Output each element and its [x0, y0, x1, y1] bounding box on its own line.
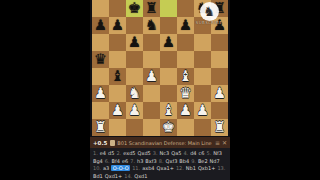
move[interactable]: Qxd5 — [138, 150, 151, 156]
square-a2[interactable] — [92, 102, 109, 119]
close-icon[interactable]: ✕ — [222, 137, 227, 148]
square-h7[interactable]: ♟ — [211, 17, 228, 34]
black-knight-d7[interactable]: ♞ — [143, 17, 160, 34]
white-pawn-g2[interactable]: ♟ — [194, 102, 211, 119]
square-a3[interactable]: ♟ — [92, 85, 109, 102]
square-d5[interactable] — [143, 51, 160, 68]
square-a6[interactable] — [92, 34, 109, 51]
square-g3[interactable] — [194, 85, 211, 102]
square-g4[interactable] — [194, 68, 211, 85]
square-g2[interactable]: ♟ — [194, 102, 211, 119]
move[interactable]: d5 — [108, 150, 114, 156]
square-h6[interactable] — [211, 34, 228, 51]
engine-eval: +0.5 — [93, 140, 107, 146]
move-number: 3. — [153, 150, 158, 156]
opening-name: B01 Scandinavian Defense: Main Line — [117, 140, 213, 146]
square-a5[interactable]: ♛ — [92, 51, 109, 68]
move-number: 10. — [93, 165, 101, 171]
square-b2[interactable]: ♟ — [109, 102, 126, 119]
square-e7[interactable] — [160, 17, 177, 34]
white-bishop-e2[interactable]: ♝ — [160, 102, 177, 119]
square-a8[interactable] — [92, 0, 109, 17]
square-d8[interactable]: ♜ — [143, 0, 160, 17]
move-number: 1. — [93, 150, 98, 156]
square-b1[interactable] — [109, 119, 126, 136]
app-content: ♚♜♞♜♟♟♞♟♟♟♟♛♝♟♝♟♞♛♟♟♟♝♟♟♜♚♜ ♞ SUBSCRIBE … — [90, 0, 230, 180]
square-g5[interactable] — [194, 51, 211, 68]
square-f6[interactable] — [177, 34, 194, 51]
square-b6[interactable] — [109, 34, 126, 51]
move-number: 14. — [124, 173, 132, 179]
square-c4[interactable] — [126, 68, 143, 85]
white-king-e1[interactable]: ♚ — [160, 119, 177, 136]
move[interactable]: Qxf3 — [165, 158, 177, 164]
move[interactable]: Be2 — [198, 158, 208, 164]
square-a1[interactable]: ♜ — [92, 119, 109, 136]
square-f8[interactable] — [177, 0, 194, 17]
black-pawn-c6[interactable]: ♟ — [126, 34, 143, 51]
menu-icon[interactable]: ≡ — [215, 137, 220, 148]
white-pawn-c2[interactable]: ♟ — [126, 102, 143, 119]
move[interactable]: a3 — [103, 165, 109, 171]
square-e6[interactable]: ♟ — [160, 34, 177, 51]
square-e8[interactable] — [160, 0, 177, 17]
square-g6[interactable] — [194, 34, 211, 51]
white-pawn-f2[interactable]: ♟ — [177, 102, 194, 119]
move[interactable]: Qxd1 — [134, 173, 147, 179]
square-d7[interactable]: ♞ — [143, 17, 160, 34]
square-b5[interactable] — [109, 51, 126, 68]
square-d4[interactable]: ♟ — [143, 68, 160, 85]
move-current[interactable]: O-O-O — [111, 165, 130, 171]
move[interactable]: axb4 — [142, 165, 154, 171]
move[interactable]: Nd7 — [210, 158, 220, 164]
square-c6[interactable]: ♟ — [126, 34, 143, 51]
move[interactable]: Bxf3 — [145, 158, 156, 164]
black-queen-a5[interactable]: ♛ — [92, 51, 109, 68]
square-b8[interactable] — [109, 0, 126, 17]
move[interactable]: c6 — [199, 150, 205, 156]
square-c3[interactable]: ♞ — [126, 85, 143, 102]
square-a7[interactable]: ♟ — [92, 17, 109, 34]
chess-board[interactable]: ♚♜♞♜♟♟♞♟♟♟♟♛♝♟♝♟♞♛♟♟♟♝♟♟♜♚♜ — [92, 0, 228, 136]
move[interactable]: Qxa1+ — [157, 165, 174, 171]
square-f2[interactable]: ♟ — [177, 102, 194, 119]
square-b4[interactable]: ♝ — [109, 68, 126, 85]
square-h2[interactable] — [211, 102, 228, 119]
black-king-c8[interactable]: ♚ — [126, 0, 143, 17]
square-d3[interactable] — [143, 85, 160, 102]
square-e2[interactable]: ♝ — [160, 102, 177, 119]
move-number: 11. — [132, 165, 140, 171]
black-pawn-e6[interactable]: ♟ — [160, 34, 177, 51]
white-pawn-h3[interactable]: ♟ — [211, 85, 228, 102]
move-number: 6. — [105, 158, 110, 164]
video-frame: ♚♜♞♜♟♟♞♟♟♟♟♛♝♟♝♟♞♛♟♟♟♝♟♟♜♚♜ ♞ SUBSCRIBE … — [0, 0, 320, 180]
white-pawn-d4[interactable]: ♟ — [143, 68, 160, 85]
move-number: 4. — [183, 150, 188, 156]
white-pawn-b2[interactable]: ♟ — [109, 102, 126, 119]
square-g8[interactable]: ♞ — [194, 0, 211, 17]
square-e5[interactable] — [160, 51, 177, 68]
move[interactable]: Qa5 — [171, 150, 181, 156]
square-f3[interactable]: ♛ — [177, 85, 194, 102]
move[interactable]: Nf3 — [213, 150, 222, 156]
square-d2[interactable] — [143, 102, 160, 119]
square-f1[interactable] — [177, 119, 194, 136]
analysis-info-bar: +0.5 B01 Scandinavian Defense: Main Line… — [90, 137, 230, 148]
square-c8[interactable]: ♚ — [126, 0, 143, 17]
move-number: 7. — [130, 158, 135, 164]
square-f5[interactable] — [177, 51, 194, 68]
white-bishop-f4[interactable]: ♝ — [177, 68, 194, 85]
square-b3[interactable] — [109, 85, 126, 102]
black-pawn-a7[interactable]: ♟ — [92, 17, 109, 34]
square-h5[interactable] — [211, 51, 228, 68]
black-bishop-b4[interactable]: ♝ — [109, 68, 126, 85]
move[interactable]: exd5 — [123, 150, 135, 156]
square-h8[interactable]: ♜ — [211, 0, 228, 17]
white-knight-c3[interactable]: ♞ — [126, 85, 143, 102]
move[interactable]: Qxb1+ — [198, 165, 215, 171]
white-rook-a1[interactable]: ♜ — [92, 119, 109, 136]
move-list[interactable]: 1.e4d52.exd5Qxd53.Nc3Qa54.d4c65.Nf3Bg46.… — [90, 148, 230, 180]
square-d1[interactable] — [143, 119, 160, 136]
white-pawn-a3[interactable]: ♟ — [92, 85, 109, 102]
move-number: 2. — [116, 150, 121, 156]
square-e3[interactable] — [160, 85, 177, 102]
move[interactable]: d4 — [190, 150, 196, 156]
square-c5[interactable] — [126, 51, 143, 68]
black-rook-h8[interactable]: ♜ — [211, 0, 228, 17]
square-f7[interactable]: ♟ — [177, 17, 194, 34]
move[interactable]: e4 — [100, 150, 106, 156]
black-pawn-b7[interactable]: ♟ — [109, 17, 126, 34]
black-pawn-f7[interactable]: ♟ — [177, 17, 194, 34]
black-rook-d8[interactable]: ♜ — [143, 0, 160, 17]
black-knight-g8[interactable]: ♞ — [194, 0, 211, 17]
square-e4[interactable] — [160, 68, 177, 85]
move[interactable]: Nb1 — [186, 165, 196, 171]
square-b7[interactable]: ♟ — [109, 17, 126, 34]
move[interactable]: Bd1 — [93, 173, 103, 179]
square-d6[interactable] — [143, 34, 160, 51]
white-queen-f3[interactable]: ♛ — [177, 85, 194, 102]
move[interactable]: e6 — [122, 158, 128, 164]
square-a4[interactable] — [92, 68, 109, 85]
square-g1[interactable] — [194, 119, 211, 136]
square-c7[interactable] — [126, 17, 143, 34]
move[interactable]: Bg4 — [93, 158, 103, 164]
square-f4[interactable]: ♝ — [177, 68, 194, 85]
square-h3[interactable]: ♟ — [211, 85, 228, 102]
move[interactable]: Nc3 — [160, 150, 170, 156]
opening-book-icon — [110, 140, 115, 146]
square-h1[interactable]: ♜ — [211, 119, 228, 136]
move-number: 9. — [191, 158, 196, 164]
square-g7[interactable] — [194, 17, 211, 34]
square-c1[interactable] — [126, 119, 143, 136]
white-rook-h1[interactable]: ♜ — [211, 119, 228, 136]
move-number: 13. — [217, 165, 225, 171]
move-number: 8. — [159, 158, 164, 164]
black-pawn-h7[interactable]: ♟ — [211, 17, 228, 34]
move[interactable]: Qxd1+ — [105, 173, 122, 179]
square-h4[interactable] — [211, 68, 228, 85]
square-e1[interactable]: ♚ — [160, 119, 177, 136]
move-number: 12. — [176, 165, 184, 171]
move-number: 5. — [206, 150, 211, 156]
move[interactable]: Bf4 — [112, 158, 120, 164]
move[interactable]: Bb4 — [179, 158, 189, 164]
square-c2[interactable]: ♟ — [126, 102, 143, 119]
move[interactable]: h3 — [137, 158, 143, 164]
